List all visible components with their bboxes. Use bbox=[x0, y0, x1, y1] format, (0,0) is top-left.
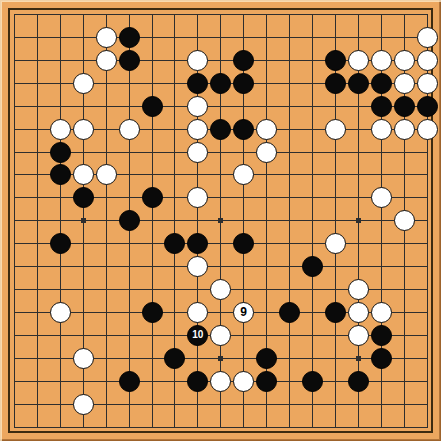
black-stone bbox=[119, 50, 140, 71]
white-stone bbox=[50, 119, 71, 140]
white-stone bbox=[96, 50, 117, 71]
black-stone bbox=[325, 73, 346, 94]
move-number-label: 9 bbox=[240, 306, 247, 318]
white-stone bbox=[417, 73, 438, 94]
black-stone bbox=[256, 371, 277, 392]
black-stone bbox=[210, 119, 231, 140]
black-stone bbox=[233, 50, 254, 71]
white-stone bbox=[325, 233, 346, 254]
white-stone bbox=[371, 302, 392, 323]
white-stone bbox=[256, 142, 277, 163]
black-stone bbox=[371, 96, 392, 117]
white-stone bbox=[96, 164, 117, 185]
white-stone bbox=[394, 73, 415, 94]
white-stone bbox=[348, 50, 369, 71]
black-stone bbox=[371, 325, 392, 346]
go-board-diagram: 910 bbox=[0, 0, 441, 441]
white-stone bbox=[417, 119, 438, 140]
white-stone bbox=[325, 119, 346, 140]
white-stone bbox=[73, 394, 94, 415]
black-stone bbox=[394, 96, 415, 117]
black-stone bbox=[119, 371, 140, 392]
black-stone bbox=[233, 73, 254, 94]
black-stone bbox=[348, 371, 369, 392]
white-stone bbox=[187, 142, 208, 163]
black-stone bbox=[325, 50, 346, 71]
white-stone bbox=[233, 371, 254, 392]
white-stone bbox=[394, 119, 415, 140]
grid-line-horizontal bbox=[14, 243, 428, 244]
black-stone bbox=[187, 371, 208, 392]
black-stone bbox=[256, 348, 277, 369]
black-stone bbox=[50, 233, 71, 254]
white-stone bbox=[348, 279, 369, 300]
white-stone bbox=[417, 27, 438, 48]
grid-line-vertical bbox=[312, 14, 313, 428]
black-stone bbox=[233, 119, 254, 140]
star-point bbox=[218, 356, 223, 361]
white-stone bbox=[119, 119, 140, 140]
black-stone bbox=[142, 187, 163, 208]
white-stone bbox=[394, 50, 415, 71]
white-stone bbox=[187, 119, 208, 140]
white-stone bbox=[96, 27, 117, 48]
white-stone bbox=[73, 348, 94, 369]
white-stone bbox=[394, 210, 415, 231]
white-stone bbox=[371, 50, 392, 71]
star-point bbox=[356, 218, 361, 223]
black-stone bbox=[348, 73, 369, 94]
star-point bbox=[356, 356, 361, 361]
black-stone bbox=[142, 96, 163, 117]
black-stone bbox=[119, 27, 140, 48]
grid-line-horizontal bbox=[14, 427, 428, 428]
black-stone bbox=[325, 302, 346, 323]
white-stone bbox=[371, 187, 392, 208]
black-stone bbox=[279, 302, 300, 323]
white-stone bbox=[348, 325, 369, 346]
white-stone bbox=[417, 50, 438, 71]
white-stone bbox=[73, 73, 94, 94]
black-stone bbox=[210, 73, 231, 94]
black-stone bbox=[302, 371, 323, 392]
black-stone bbox=[417, 96, 438, 117]
white-stone bbox=[50, 302, 71, 323]
black-stone bbox=[187, 73, 208, 94]
star-point bbox=[218, 218, 223, 223]
white-stone bbox=[348, 302, 369, 323]
black-stone bbox=[371, 348, 392, 369]
white-stone bbox=[73, 119, 94, 140]
move-9-stone-white: 9 bbox=[233, 302, 254, 323]
star-point bbox=[81, 218, 86, 223]
white-stone bbox=[210, 371, 231, 392]
white-stone bbox=[187, 96, 208, 117]
black-stone bbox=[371, 73, 392, 94]
white-stone bbox=[210, 325, 231, 346]
white-stone bbox=[256, 119, 277, 140]
black-stone bbox=[119, 210, 140, 231]
black-stone bbox=[73, 187, 94, 208]
black-stone bbox=[50, 142, 71, 163]
grid-line-vertical bbox=[289, 14, 290, 428]
black-stone bbox=[302, 256, 323, 277]
grid-line-horizontal bbox=[14, 266, 428, 267]
black-stone bbox=[142, 302, 163, 323]
white-stone bbox=[371, 119, 392, 140]
move-number-label: 10 bbox=[192, 330, 203, 340]
